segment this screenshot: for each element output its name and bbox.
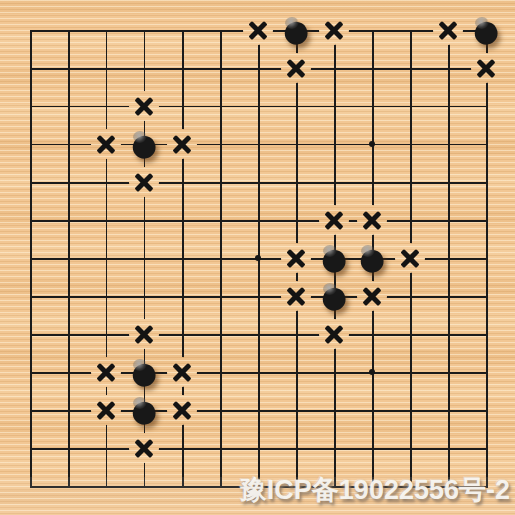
liberty-x-mark-icon — [433, 15, 463, 45]
board-point[interactable] — [201, 277, 239, 315]
board-point[interactable] — [201, 125, 239, 163]
board-point[interactable] — [467, 277, 505, 315]
liberty-x-mark-icon — [281, 243, 311, 273]
board-point[interactable] — [11, 315, 49, 353]
board-point[interactable] — [315, 11, 353, 49]
board-point[interactable] — [353, 353, 391, 391]
board-point[interactable] — [163, 201, 201, 239]
board-point[interactable] — [391, 125, 429, 163]
board-point[interactable] — [239, 11, 277, 49]
board-point[interactable] — [201, 87, 239, 125]
board-point[interactable] — [201, 163, 239, 201]
board-point[interactable]: ● — [315, 277, 353, 315]
board-point[interactable] — [163, 87, 201, 125]
board-point[interactable] — [87, 315, 125, 353]
mark-backdrop — [281, 281, 311, 311]
board-point[interactable] — [277, 125, 315, 163]
mark-backdrop — [243, 15, 273, 45]
mark-backdrop — [167, 129, 197, 159]
mark-backdrop — [395, 243, 425, 273]
board-point[interactable] — [467, 391, 505, 429]
board-point[interactable] — [11, 201, 49, 239]
board-point[interactable]: ● — [277, 11, 315, 49]
board-point[interactable] — [277, 277, 315, 315]
board-point[interactable] — [239, 277, 277, 315]
board-point[interactable] — [163, 429, 201, 467]
board-point[interactable] — [87, 277, 125, 315]
board-point[interactable] — [467, 239, 505, 277]
board-point[interactable] — [391, 11, 429, 49]
board-point[interactable] — [49, 163, 87, 201]
board-point[interactable] — [125, 277, 163, 315]
board-point[interactable] — [277, 87, 315, 125]
board-point[interactable] — [391, 315, 429, 353]
board-point[interactable] — [277, 315, 315, 353]
liberty-x-mark-icon — [167, 395, 197, 425]
black-stone: ● — [315, 277, 353, 315]
star-point — [369, 369, 375, 375]
board-point[interactable] — [49, 429, 87, 467]
board-point[interactable] — [49, 353, 87, 391]
black-stone: ● — [467, 11, 505, 49]
board-point[interactable] — [163, 353, 201, 391]
board-point[interactable] — [201, 201, 239, 239]
board-point[interactable] — [353, 391, 391, 429]
board-point[interactable] — [49, 277, 87, 315]
board-point[interactable]: ● — [125, 125, 163, 163]
board-point[interactable] — [239, 201, 277, 239]
star-point — [369, 141, 375, 147]
board-point[interactable] — [163, 391, 201, 429]
board-point[interactable] — [11, 429, 49, 467]
board-point[interactable] — [353, 49, 391, 87]
board-point[interactable] — [467, 125, 505, 163]
board-point[interactable] — [391, 239, 429, 277]
board-point[interactable] — [163, 239, 201, 277]
liberty-x-mark-icon — [281, 281, 311, 311]
board-point[interactable] — [429, 277, 467, 315]
board-point[interactable] — [201, 429, 239, 467]
board-point[interactable] — [429, 391, 467, 429]
board-point[interactable] — [239, 239, 277, 277]
board-point[interactable] — [49, 125, 87, 163]
board-point[interactable] — [391, 277, 429, 315]
board-point[interactable] — [277, 391, 315, 429]
board-point[interactable] — [87, 49, 125, 87]
board-point[interactable] — [353, 125, 391, 163]
board-point[interactable] — [87, 201, 125, 239]
board-point[interactable] — [315, 429, 353, 467]
board-point[interactable] — [391, 163, 429, 201]
board-point[interactable] — [429, 353, 467, 391]
board-point[interactable] — [239, 315, 277, 353]
board-point[interactable] — [467, 163, 505, 201]
board-point[interactable] — [87, 391, 125, 429]
mark-backdrop — [433, 15, 463, 45]
board-point[interactable] — [353, 163, 391, 201]
mark-backdrop — [281, 243, 311, 273]
liberty-x-mark-icon — [243, 15, 273, 45]
board-point[interactable] — [391, 429, 429, 467]
board-point[interactable] — [315, 391, 353, 429]
board-point[interactable] — [239, 49, 277, 87]
board-point[interactable] — [315, 353, 353, 391]
board-point[interactable] — [391, 201, 429, 239]
board-point[interactable] — [429, 125, 467, 163]
board-point[interactable] — [49, 391, 87, 429]
board-point[interactable] — [201, 11, 239, 49]
board-point[interactable] — [239, 125, 277, 163]
board-point[interactable] — [315, 163, 353, 201]
board-point[interactable] — [11, 49, 49, 87]
go-board[interactable]: ●●●●●●●● — [11, 11, 505, 505]
board-point[interactable] — [315, 125, 353, 163]
board-point[interactable] — [239, 429, 277, 467]
board-point[interactable] — [201, 353, 239, 391]
board-point[interactable] — [467, 315, 505, 353]
board-point[interactable] — [391, 353, 429, 391]
mark-backdrop — [91, 129, 121, 159]
black-stone: ● — [353, 239, 391, 277]
board-point[interactable] — [467, 201, 505, 239]
board-point[interactable] — [87, 87, 125, 125]
board-point[interactable] — [87, 125, 125, 163]
board-point[interactable] — [277, 239, 315, 277]
mark-backdrop — [319, 15, 349, 45]
board-point[interactable] — [391, 49, 429, 87]
board-point[interactable] — [49, 315, 87, 353]
board-point[interactable] — [353, 87, 391, 125]
black-stone: ● — [125, 391, 163, 429]
board-point[interactable] — [201, 391, 239, 429]
mark-backdrop — [167, 395, 197, 425]
board-point[interactable] — [315, 87, 353, 125]
board-point[interactable] — [429, 429, 467, 467]
board-point[interactable] — [163, 49, 201, 87]
board-point[interactable] — [353, 11, 391, 49]
board-point[interactable] — [277, 353, 315, 391]
liberty-x-mark-icon — [91, 129, 121, 159]
mark-backdrop — [91, 395, 121, 425]
board-point[interactable] — [125, 11, 163, 49]
board-point[interactable] — [49, 239, 87, 277]
board-point[interactable] — [49, 49, 87, 87]
board-point[interactable] — [11, 87, 49, 125]
board-point[interactable] — [11, 277, 49, 315]
mark-backdrop — [91, 357, 121, 387]
mark-backdrop — [167, 357, 197, 387]
board-point[interactable] — [277, 201, 315, 239]
board-point[interactable] — [429, 87, 467, 125]
board-point[interactable] — [11, 163, 49, 201]
board-point[interactable]: ● — [467, 11, 505, 49]
board-point[interactable] — [429, 201, 467, 239]
board-point[interactable] — [429, 315, 467, 353]
liberty-x-mark-icon — [91, 395, 121, 425]
board-point[interactable] — [429, 11, 467, 49]
black-stone: ● — [125, 125, 163, 163]
board-point[interactable] — [163, 125, 201, 163]
board-point[interactable] — [163, 11, 201, 49]
board-point[interactable] — [239, 163, 277, 201]
board-point[interactable] — [201, 315, 239, 353]
board-point[interactable] — [353, 315, 391, 353]
board-point[interactable] — [467, 353, 505, 391]
board-point[interactable] — [87, 429, 125, 467]
board-point[interactable] — [239, 391, 277, 429]
board-point[interactable] — [11, 11, 49, 49]
board-point[interactable] — [49, 87, 87, 125]
board-point[interactable] — [391, 87, 429, 125]
board-point[interactable] — [49, 201, 87, 239]
liberty-x-mark-icon — [167, 357, 197, 387]
board-point[interactable] — [277, 163, 315, 201]
liberty-x-mark-icon — [167, 129, 197, 159]
board-point[interactable] — [429, 239, 467, 277]
board-point[interactable] — [87, 163, 125, 201]
board-point[interactable] — [467, 429, 505, 467]
board-point[interactable] — [125, 49, 163, 87]
board-point[interactable] — [163, 277, 201, 315]
board-point[interactable] — [125, 201, 163, 239]
board-point[interactable] — [239, 353, 277, 391]
go-board-screen: ●●●●●●●● 豫ICP备19022556号-2 — [0, 0, 515, 515]
board-point[interactable] — [87, 11, 125, 49]
board-point[interactable] — [11, 391, 49, 429]
board-point[interactable] — [49, 11, 87, 49]
board-point[interactable]: ● — [353, 239, 391, 277]
board-point[interactable] — [277, 429, 315, 467]
board-point[interactable] — [201, 239, 239, 277]
board-point[interactable] — [429, 163, 467, 201]
board-point[interactable] — [11, 239, 49, 277]
board-point[interactable] — [239, 87, 277, 125]
board-point[interactable] — [467, 87, 505, 125]
board-point[interactable] — [315, 49, 353, 87]
board-point[interactable] — [429, 49, 467, 87]
board-point[interactable] — [201, 49, 239, 87]
icp-watermark: 豫ICP备19022556号-2 — [240, 472, 510, 508]
board-point[interactable] — [125, 239, 163, 277]
liberty-x-mark-icon — [319, 15, 349, 45]
liberty-x-mark-icon — [91, 357, 121, 387]
board-point[interactable] — [87, 239, 125, 277]
board-point[interactable] — [353, 429, 391, 467]
black-stone: ● — [277, 11, 315, 49]
board-point[interactable] — [11, 353, 49, 391]
board-point[interactable] — [87, 353, 125, 391]
board-point[interactable] — [163, 315, 201, 353]
board-point[interactable] — [11, 125, 49, 163]
liberty-x-mark-icon — [395, 243, 425, 273]
board-point[interactable]: ● — [125, 391, 163, 429]
board-point[interactable] — [163, 163, 201, 201]
star-point — [255, 255, 261, 261]
board-point[interactable] — [391, 391, 429, 429]
